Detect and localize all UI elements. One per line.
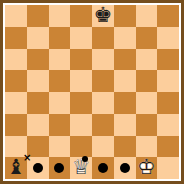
square-c4[interactable] [49, 92, 71, 114]
square-f2[interactable] [114, 136, 136, 158]
square-b6[interactable] [27, 49, 49, 71]
square-a4[interactable] [5, 92, 27, 114]
square-g7[interactable] [136, 27, 158, 49]
square-c5[interactable] [49, 70, 71, 92]
square-h5[interactable] [157, 70, 179, 92]
square-a8[interactable] [5, 5, 27, 27]
square-f3[interactable] [114, 114, 136, 136]
board-frame: ♚♝♛♕♚♔× [0, 0, 184, 184]
square-d5[interactable] [70, 70, 92, 92]
square-b4[interactable] [27, 92, 49, 114]
white-queen-outline-glyph: ♕ [70, 157, 92, 179]
square-d3[interactable] [70, 114, 92, 136]
square-e2[interactable] [92, 136, 114, 158]
square-b7[interactable] [27, 27, 49, 49]
square-f8[interactable] [114, 5, 136, 27]
square-e4[interactable] [92, 92, 114, 114]
square-h4[interactable] [157, 92, 179, 114]
black-king-glyph: ♚ [92, 5, 114, 27]
square-e3[interactable] [92, 114, 114, 136]
square-a5[interactable] [5, 70, 27, 92]
square-c1[interactable] [49, 157, 71, 179]
chessboard: ♚♝♛♕♚♔× [5, 5, 179, 179]
square-a6[interactable] [5, 49, 27, 71]
dot-mark-d1 [82, 156, 88, 162]
square-g5[interactable] [136, 70, 158, 92]
square-h1[interactable] [157, 157, 179, 179]
square-a7[interactable] [5, 27, 27, 49]
square-g8[interactable] [136, 5, 158, 27]
square-e6[interactable] [92, 49, 114, 71]
square-g4[interactable] [136, 92, 158, 114]
square-h6[interactable] [157, 49, 179, 71]
square-h8[interactable] [157, 5, 179, 27]
square-f4[interactable] [114, 92, 136, 114]
square-d4[interactable] [70, 92, 92, 114]
square-e7[interactable] [92, 27, 114, 49]
square-h7[interactable] [157, 27, 179, 49]
dot-f1[interactable] [120, 163, 130, 173]
square-d1[interactable]: ♛♕ [70, 157, 92, 179]
square-f1[interactable] [114, 157, 136, 179]
square-f6[interactable] [114, 49, 136, 71]
piece-white-king[interactable]: ♚♔ [136, 157, 158, 179]
square-e1[interactable] [92, 157, 114, 179]
dot-e1[interactable] [98, 163, 108, 173]
square-g1[interactable]: ♚♔ [136, 157, 158, 179]
square-e8[interactable]: ♚ [92, 5, 114, 27]
square-f5[interactable] [114, 70, 136, 92]
square-d6[interactable] [70, 49, 92, 71]
square-h2[interactable] [157, 136, 179, 158]
dot-c1[interactable] [54, 163, 64, 173]
white-king-outline-glyph: ♔ [136, 157, 158, 179]
piece-white-queen[interactable]: ♛♕ [70, 157, 92, 179]
square-c8[interactable] [49, 5, 71, 27]
square-a3[interactable] [5, 114, 27, 136]
square-h3[interactable] [157, 114, 179, 136]
dot-b1[interactable] [33, 163, 43, 173]
square-d2[interactable] [70, 136, 92, 158]
square-e5[interactable] [92, 70, 114, 92]
square-g2[interactable] [136, 136, 158, 158]
square-c6[interactable] [49, 49, 71, 71]
x-mark-a1: × [23, 153, 31, 163]
square-b5[interactable] [27, 70, 49, 92]
square-d8[interactable] [70, 5, 92, 27]
square-d7[interactable] [70, 27, 92, 49]
square-b3[interactable] [27, 114, 49, 136]
square-f7[interactable] [114, 27, 136, 49]
piece-black-king[interactable]: ♚ [92, 5, 114, 27]
square-c3[interactable] [49, 114, 71, 136]
square-c2[interactable] [49, 136, 71, 158]
square-c7[interactable] [49, 27, 71, 49]
square-g6[interactable] [136, 49, 158, 71]
square-b8[interactable] [27, 5, 49, 27]
square-g3[interactable] [136, 114, 158, 136]
